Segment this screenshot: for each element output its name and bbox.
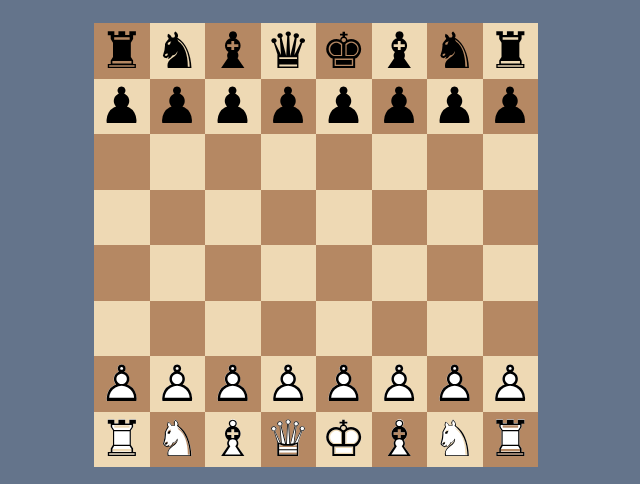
piece-white-pawn-fill: ♟ [205, 356, 261, 412]
piece-white-pawn-fill: ♟ [427, 356, 483, 412]
piece-white-pawn[interactable]: ♙ [483, 356, 539, 412]
square-a3[interactable] [94, 301, 150, 357]
piece-white-pawn[interactable]: ♙ [316, 356, 372, 412]
square-b2[interactable]: ♟♙ [150, 356, 206, 412]
square-e1[interactable]: ♚♔ [316, 412, 372, 468]
square-d3[interactable] [261, 301, 317, 357]
square-h1[interactable]: ♜♖ [483, 412, 539, 468]
piece-black-pawn[interactable]: ♟ [316, 79, 372, 135]
square-d4[interactable] [261, 245, 317, 301]
piece-black-pawn[interactable]: ♟ [261, 79, 317, 135]
square-a6[interactable] [94, 134, 150, 190]
piece-black-knight[interactable]: ♞ [427, 23, 483, 79]
square-g2[interactable]: ♟♙ [427, 356, 483, 412]
piece-white-knight[interactable]: ♘ [150, 412, 206, 468]
square-a1[interactable]: ♜♖ [94, 412, 150, 468]
square-g8[interactable]: ♞ [427, 23, 483, 79]
piece-black-bishop[interactable]: ♝ [372, 23, 428, 79]
piece-white-pawn-fill: ♟ [94, 356, 150, 412]
piece-black-pawn[interactable]: ♟ [205, 79, 261, 135]
square-h5[interactable] [483, 190, 539, 246]
square-b1[interactable]: ♞♘ [150, 412, 206, 468]
square-d2[interactable]: ♟♙ [261, 356, 317, 412]
square-g3[interactable] [427, 301, 483, 357]
piece-black-pawn[interactable]: ♟ [427, 79, 483, 135]
piece-black-king[interactable]: ♚ [316, 23, 372, 79]
piece-white-pawn[interactable]: ♙ [427, 356, 483, 412]
square-e2[interactable]: ♟♙ [316, 356, 372, 412]
square-f5[interactable] [372, 190, 428, 246]
piece-white-king[interactable]: ♔ [316, 412, 372, 468]
square-d1[interactable]: ♛♕ [261, 412, 317, 468]
square-f4[interactable] [372, 245, 428, 301]
square-b4[interactable] [150, 245, 206, 301]
square-f2[interactable]: ♟♙ [372, 356, 428, 412]
piece-black-knight[interactable]: ♞ [150, 23, 206, 79]
piece-white-pawn[interactable]: ♙ [94, 356, 150, 412]
square-f8[interactable]: ♝ [372, 23, 428, 79]
square-b3[interactable] [150, 301, 206, 357]
square-e3[interactable] [316, 301, 372, 357]
piece-white-pawn-fill: ♟ [261, 356, 317, 412]
piece-white-queen-fill: ♛ [261, 412, 317, 468]
square-g4[interactable] [427, 245, 483, 301]
square-g1[interactable]: ♞♘ [427, 412, 483, 468]
piece-white-bishop[interactable]: ♗ [372, 412, 428, 468]
square-c4[interactable] [205, 245, 261, 301]
piece-white-bishop[interactable]: ♗ [205, 412, 261, 468]
square-a5[interactable] [94, 190, 150, 246]
square-g7[interactable]: ♟ [427, 79, 483, 135]
square-h8[interactable]: ♜ [483, 23, 539, 79]
piece-white-pawn[interactable]: ♙ [205, 356, 261, 412]
piece-white-rook[interactable]: ♖ [483, 412, 539, 468]
square-b5[interactable] [150, 190, 206, 246]
square-d6[interactable] [261, 134, 317, 190]
piece-white-pawn[interactable]: ♙ [372, 356, 428, 412]
square-d7[interactable]: ♟ [261, 79, 317, 135]
square-f3[interactable] [372, 301, 428, 357]
square-a4[interactable] [94, 245, 150, 301]
square-e6[interactable] [316, 134, 372, 190]
piece-white-rook[interactable]: ♖ [94, 412, 150, 468]
square-g5[interactable] [427, 190, 483, 246]
piece-black-pawn[interactable]: ♟ [94, 79, 150, 135]
square-c8[interactable]: ♝ [205, 23, 261, 79]
piece-black-bishop[interactable]: ♝ [205, 23, 261, 79]
square-b8[interactable]: ♞ [150, 23, 206, 79]
piece-white-pawn[interactable]: ♙ [150, 356, 206, 412]
square-c7[interactable]: ♟ [205, 79, 261, 135]
piece-white-pawn[interactable]: ♙ [261, 356, 317, 412]
square-f1[interactable]: ♝♗ [372, 412, 428, 468]
square-c2[interactable]: ♟♙ [205, 356, 261, 412]
piece-white-bishop-fill: ♝ [372, 412, 428, 468]
square-h2[interactable]: ♟♙ [483, 356, 539, 412]
square-a2[interactable]: ♟♙ [94, 356, 150, 412]
square-d8[interactable]: ♛ [261, 23, 317, 79]
square-b6[interactable] [150, 134, 206, 190]
piece-white-rook-fill: ♜ [483, 412, 539, 468]
piece-black-pawn[interactable]: ♟ [483, 79, 539, 135]
square-e5[interactable] [316, 190, 372, 246]
piece-white-pawn-fill: ♟ [316, 356, 372, 412]
square-g6[interactable] [427, 134, 483, 190]
piece-black-pawn[interactable]: ♟ [372, 79, 428, 135]
piece-white-king-fill: ♚ [316, 412, 372, 468]
square-h4[interactable] [483, 245, 539, 301]
piece-white-knight[interactable]: ♘ [427, 412, 483, 468]
piece-white-pawn-fill: ♟ [483, 356, 539, 412]
piece-white-knight-fill: ♞ [150, 412, 206, 468]
piece-white-knight-fill: ♞ [427, 412, 483, 468]
square-d5[interactable] [261, 190, 317, 246]
square-e8[interactable]: ♚ [316, 23, 372, 79]
square-c5[interactable] [205, 190, 261, 246]
square-c6[interactable] [205, 134, 261, 190]
piece-white-queen[interactable]: ♕ [261, 412, 317, 468]
piece-white-pawn-fill: ♟ [150, 356, 206, 412]
piece-black-rook[interactable]: ♜ [94, 23, 150, 79]
square-a7[interactable]: ♟ [94, 79, 150, 135]
piece-white-bishop-fill: ♝ [205, 412, 261, 468]
square-a8[interactable]: ♜ [94, 23, 150, 79]
piece-white-pawn-fill: ♟ [372, 356, 428, 412]
square-c1[interactable]: ♝♗ [205, 412, 261, 468]
square-e7[interactable]: ♟ [316, 79, 372, 135]
square-f7[interactable]: ♟ [372, 79, 428, 135]
chess-board: ♜♞♝♛♚♝♞♜♟♟♟♟♟♟♟♟♟♙♟♙♟♙♟♙♟♙♟♙♟♙♟♙♜♖♞♘♝♗♛♕… [94, 23, 538, 467]
piece-white-rook-fill: ♜ [94, 412, 150, 468]
app-background: { "game": "chess", "position": { "fen": … [0, 0, 640, 484]
square-h3[interactable] [483, 301, 539, 357]
piece-black-rook[interactable]: ♜ [483, 23, 539, 79]
square-b7[interactable]: ♟ [150, 79, 206, 135]
piece-black-queen[interactable]: ♛ [261, 23, 317, 79]
square-h7[interactable]: ♟ [483, 79, 539, 135]
square-f6[interactable] [372, 134, 428, 190]
square-h6[interactable] [483, 134, 539, 190]
square-c3[interactable] [205, 301, 261, 357]
piece-black-pawn[interactable]: ♟ [150, 79, 206, 135]
square-e4[interactable] [316, 245, 372, 301]
